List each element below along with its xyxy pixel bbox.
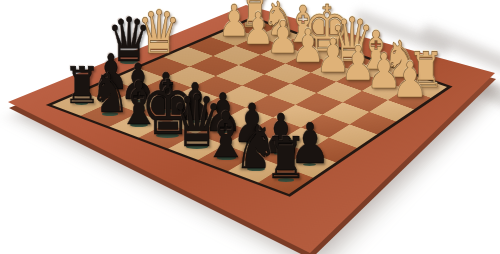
chess-set-product-photo: ♜♞♟♝♟♚♛♟♛♛♟♝♟♞♟♜♟♟♟♟♜♟♞♟♝♟♚♟♛♟♝♟♞♜: [0, 0, 500, 254]
